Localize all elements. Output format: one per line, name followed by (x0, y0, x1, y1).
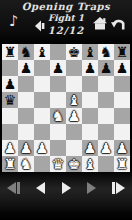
square-g6[interactable] (98, 76, 114, 92)
square-f7[interactable]: ♟ (82, 60, 98, 76)
jump-to-end-button[interactable] (112, 182, 125, 194)
square-c5[interactable] (34, 92, 50, 108)
square-c3[interactable] (34, 124, 50, 140)
square-h5[interactable] (114, 92, 130, 108)
square-h2[interactable]: ♟ (114, 140, 130, 156)
square-e8[interactable]: ♚ (66, 44, 82, 60)
black-pawn: ♟ (100, 60, 113, 76)
square-e4[interactable]: ♟ (66, 108, 82, 124)
bar-icon (17, 182, 20, 194)
white-bishop: ♝ (84, 156, 97, 172)
square-d6[interactable] (50, 76, 66, 92)
white-pawn: ♟ (36, 140, 49, 156)
square-b1[interactable]: ♞ (18, 156, 34, 172)
square-b3[interactable] (18, 124, 34, 140)
square-e2[interactable] (66, 140, 82, 156)
black-pawn: ♟ (84, 60, 97, 76)
white-rook: ♜ (116, 156, 129, 172)
square-g1[interactable] (98, 156, 114, 172)
square-a3[interactable] (2, 124, 18, 140)
square-a1[interactable]: ♜ (2, 156, 18, 172)
square-e3[interactable] (66, 124, 82, 140)
square-h4[interactable] (114, 108, 130, 124)
square-b6[interactable] (18, 76, 34, 92)
square-f4[interactable] (82, 108, 98, 124)
square-g3[interactable] (98, 124, 114, 140)
white-pawn: ♟ (100, 140, 113, 156)
triangle-left-icon (7, 182, 16, 194)
square-f5[interactable] (82, 92, 98, 108)
square-f3[interactable] (82, 124, 98, 140)
white-pawn: ♟ (20, 140, 33, 156)
black-rook: ♜ (4, 44, 17, 60)
speaker-icon[interactable] (33, 17, 46, 36)
square-g7[interactable]: ♟ (98, 60, 114, 76)
header-bar: Opening Traps Fight 1 12/12 ♪ (0, 0, 132, 44)
black-knight: ♞ (20, 44, 33, 60)
black-queen: ♛ (4, 92, 17, 108)
square-e1[interactable]: ♚ (66, 156, 82, 172)
triangle-left-icon (36, 182, 45, 194)
black-pawn: ♟ (116, 60, 129, 76)
square-h8[interactable]: ♜ (114, 44, 130, 60)
square-g2[interactable]: ♟ (98, 140, 114, 156)
square-g4[interactable] (98, 108, 114, 124)
square-b2[interactable]: ♟ (18, 140, 34, 156)
page-title: Opening Traps (0, 1, 132, 12)
triangle-right-icon (62, 182, 71, 194)
square-a2[interactable]: ♟ (2, 140, 18, 156)
square-c6[interactable] (34, 76, 50, 92)
square-d7[interactable]: ♟ (50, 60, 66, 76)
square-c4[interactable] (34, 108, 50, 124)
black-knight: ♞ (100, 44, 113, 60)
square-d5[interactable] (50, 92, 66, 108)
square-e5[interactable]: ♝ (66, 92, 82, 108)
square-g8[interactable]: ♞ (98, 44, 114, 60)
square-h7[interactable]: ♟ (114, 60, 130, 76)
black-rook: ♜ (116, 44, 129, 60)
square-d1[interactable]: ♛ (50, 156, 66, 172)
black-bishop: ♝ (36, 44, 49, 60)
square-f2[interactable]: ♟ (82, 140, 98, 156)
square-b8[interactable]: ♞ (18, 44, 34, 60)
bottom-nav-bar (0, 172, 132, 220)
square-b4[interactable] (18, 108, 34, 124)
home-icon[interactable] (93, 15, 107, 34)
square-a4[interactable] (2, 108, 18, 124)
square-h3[interactable] (114, 124, 130, 140)
white-pawn: ♟ (84, 140, 97, 156)
square-d8[interactable] (50, 44, 66, 60)
music-note-icon[interactable]: ♪ (9, 12, 19, 30)
white-pawn: ♟ (116, 140, 129, 156)
triangle-right-icon (116, 182, 125, 194)
square-d3[interactable] (50, 124, 66, 140)
square-a5[interactable]: ♛ (2, 92, 18, 108)
black-pawn: ♟ (4, 76, 17, 92)
chess-board[interactable]: ♜♞♝♚♝♞♜♟♟♟♟♟♟♛♝♞♟♟♟♟♟♟♟♜♞♛♚♝♜ (2, 44, 130, 172)
square-a6[interactable]: ♟ (2, 76, 18, 92)
bar-icon (112, 182, 115, 194)
white-pawn: ♟ (4, 140, 17, 156)
square-f1[interactable]: ♝ (82, 156, 98, 172)
square-f6[interactable] (82, 76, 98, 92)
back-undo-arrow-icon[interactable] (111, 16, 126, 35)
square-d4[interactable]: ♞ (50, 108, 66, 124)
black-pawn: ♟ (20, 60, 33, 76)
square-c2[interactable]: ♟ (34, 140, 50, 156)
white-bishop: ♝ (68, 92, 81, 108)
white-knight: ♞ (20, 156, 33, 172)
square-c8[interactable]: ♝ (34, 44, 50, 60)
white-king: ♚ (68, 156, 81, 172)
square-e7[interactable] (66, 60, 82, 76)
square-g5[interactable] (98, 92, 114, 108)
black-pawn: ♟ (52, 60, 65, 76)
triangle-right-icon (87, 182, 96, 194)
square-b5[interactable] (18, 92, 34, 108)
square-a8[interactable]: ♜ (2, 44, 18, 60)
square-d2[interactable] (50, 140, 66, 156)
black-king: ♚ (68, 44, 81, 60)
square-b7[interactable]: ♟ (18, 60, 34, 76)
square-c1[interactable] (34, 156, 50, 172)
white-rook: ♜ (4, 156, 17, 172)
jump-to-start-button[interactable] (7, 182, 20, 194)
square-h1[interactable]: ♜ (114, 156, 130, 172)
app-screen: Opening Traps Fight 1 12/12 ♪ ♜♞♝♚♝♞♜♟♟♟… (0, 0, 132, 220)
square-e6[interactable] (66, 76, 82, 92)
step-back-button[interactable] (36, 182, 45, 194)
black-bishop: ♝ (84, 44, 97, 60)
square-h6[interactable] (114, 76, 130, 92)
square-f8[interactable]: ♝ (82, 44, 98, 60)
step-forward-button[interactable] (62, 182, 71, 194)
white-knight: ♞ (52, 108, 65, 124)
square-c7[interactable] (34, 60, 50, 76)
white-pawn: ♟ (68, 108, 81, 124)
autoplay-forward-button[interactable] (87, 182, 96, 194)
white-queen: ♛ (52, 156, 65, 172)
square-a7[interactable] (2, 60, 18, 76)
